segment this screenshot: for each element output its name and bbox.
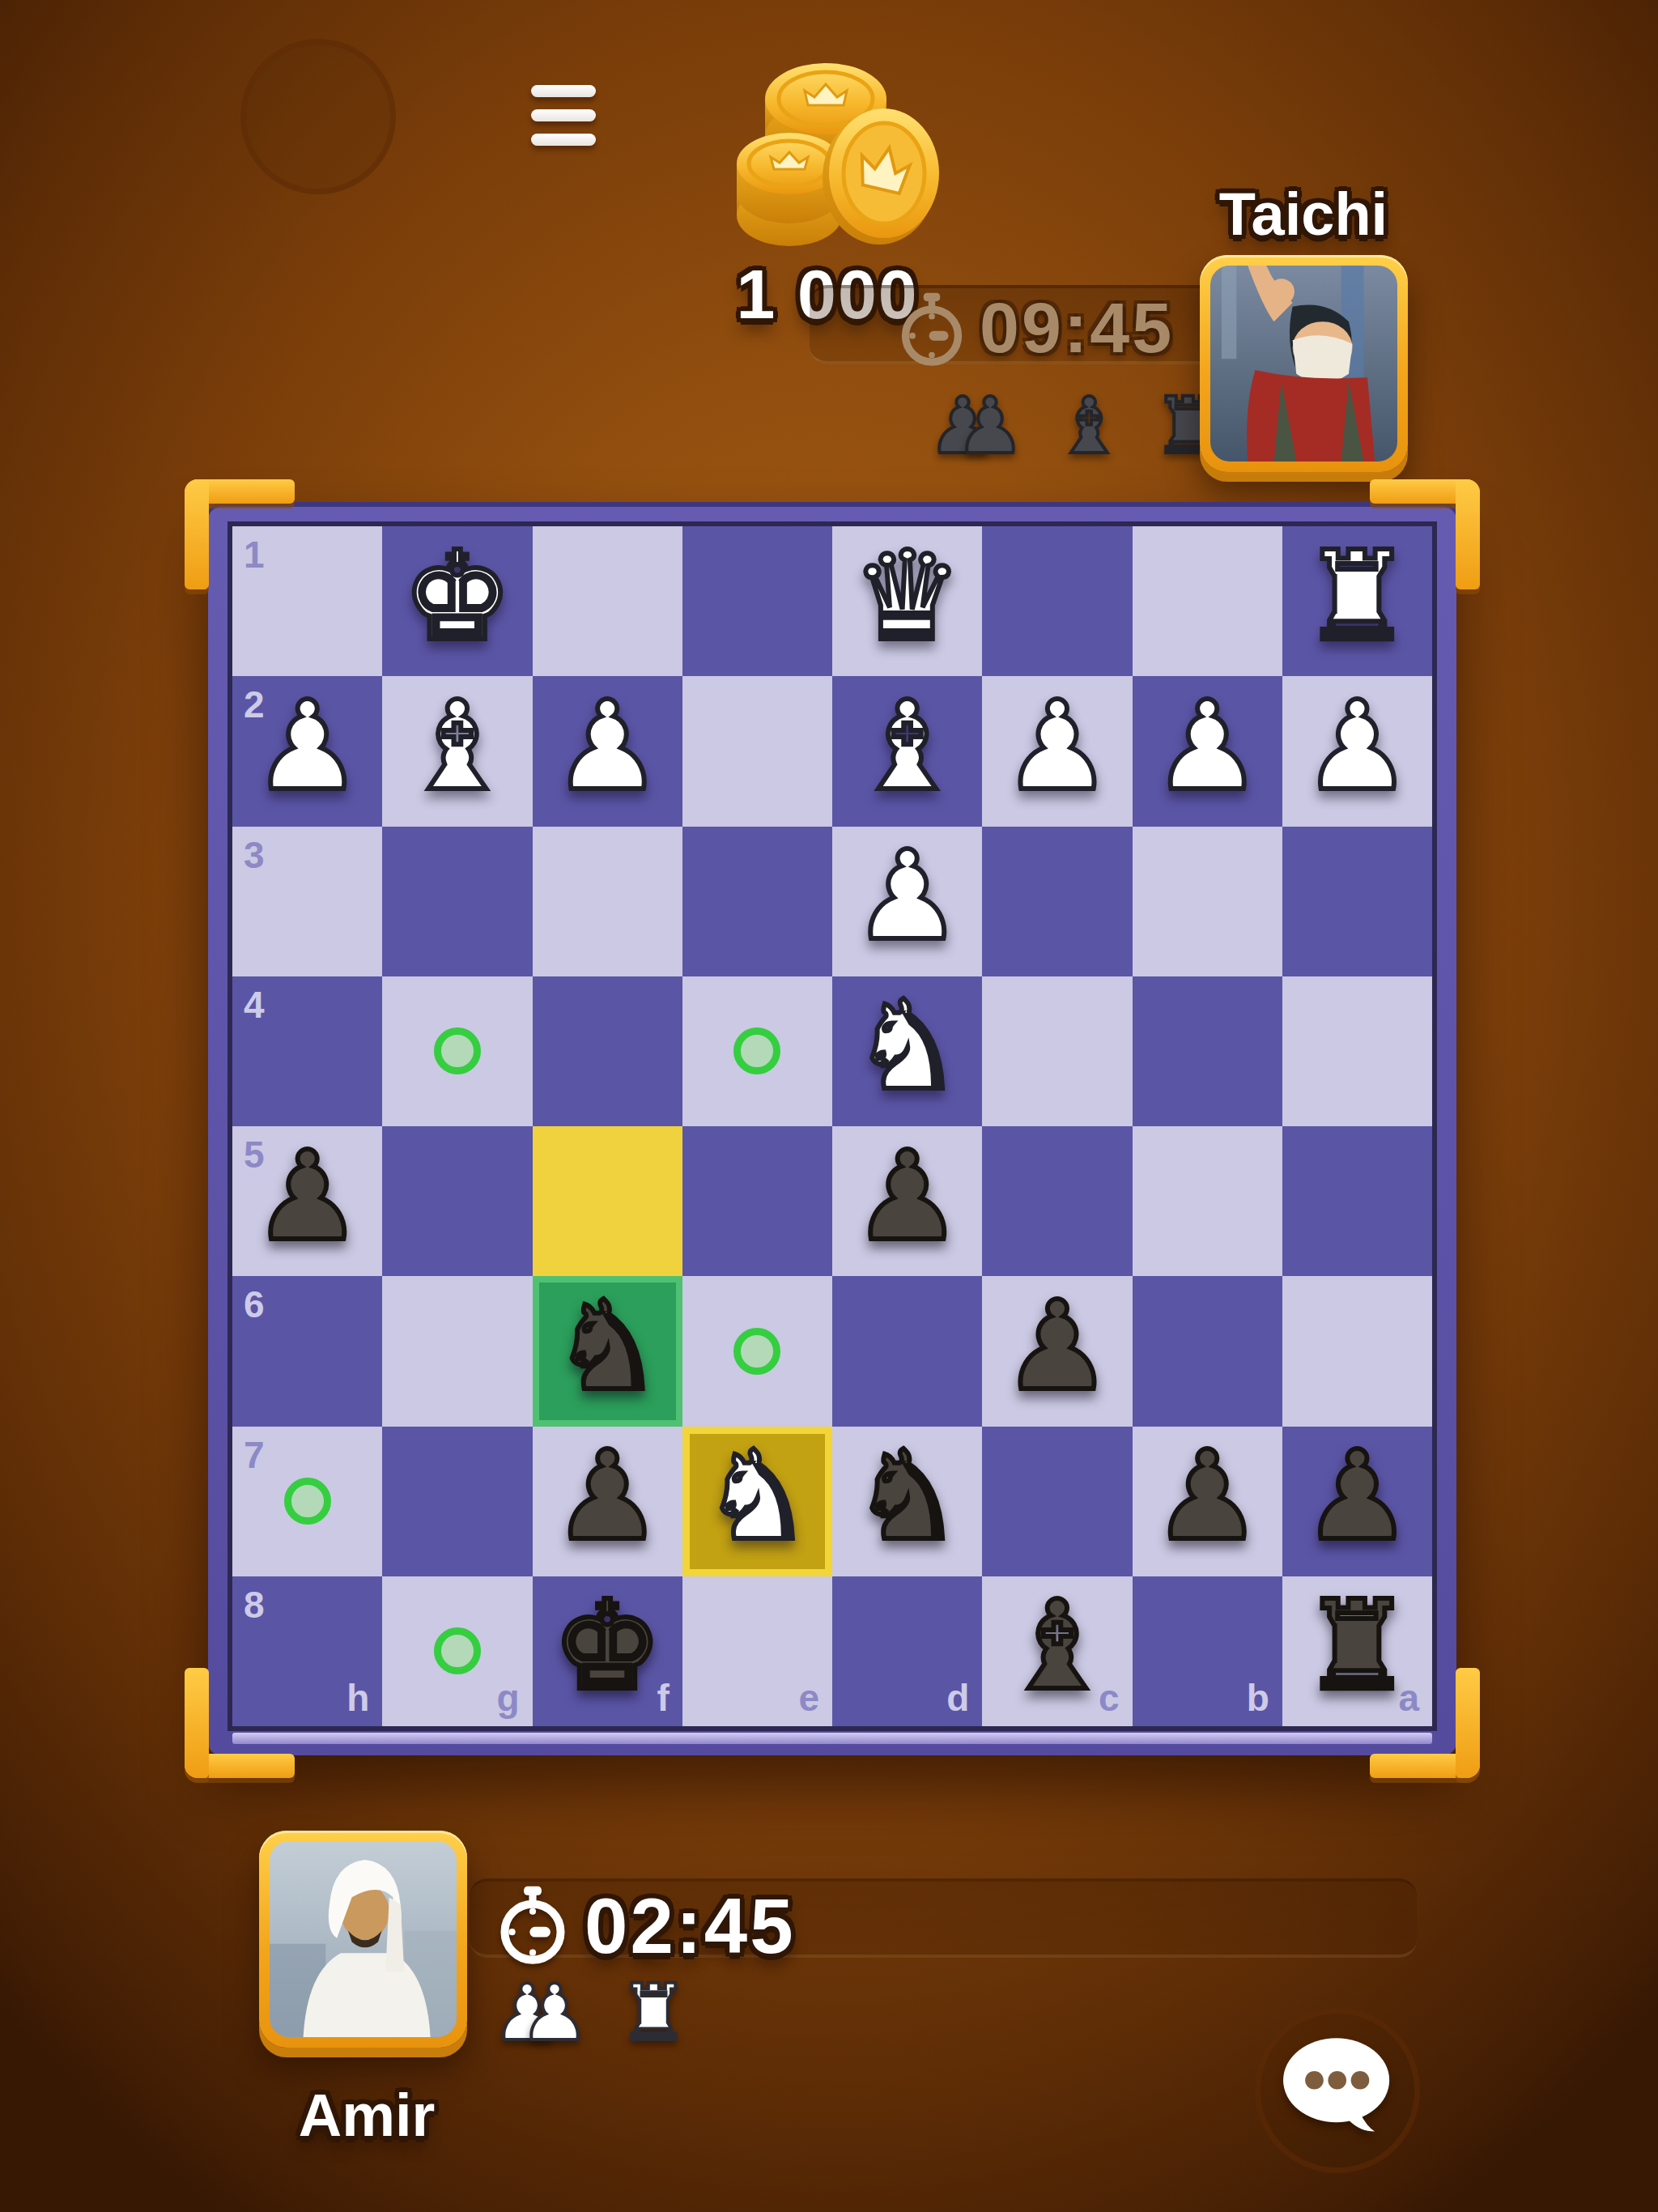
black-rook-a8[interactable]: ♜ xyxy=(1282,1572,1432,1721)
square-h2[interactable]: 2♟ xyxy=(232,676,382,826)
square-g7[interactable] xyxy=(382,1427,532,1576)
square-h3[interactable]: 3 xyxy=(232,827,382,976)
square-b2[interactable]: ♟ xyxy=(1133,676,1282,826)
board-bottom-bevel xyxy=(232,1733,1432,1744)
square-e3[interactable] xyxy=(682,827,832,976)
square-h1[interactable]: 1 xyxy=(232,526,382,676)
square-d7[interactable]: ♞ xyxy=(832,1427,982,1576)
file-label-d: d xyxy=(946,1676,969,1720)
opponent-stopwatch-icon xyxy=(897,291,967,368)
square-f5[interactable] xyxy=(533,1126,682,1276)
square-a3[interactable] xyxy=(1282,827,1432,976)
square-b1[interactable] xyxy=(1133,526,1282,676)
file-label-b: b xyxy=(1247,1676,1269,1720)
rank-label-6: 6 xyxy=(244,1283,265,1326)
player-captured-rook: ♜ xyxy=(619,1974,688,2052)
coins-icon xyxy=(721,34,939,253)
square-c8[interactable]: c♝ xyxy=(982,1576,1132,1726)
square-d8[interactable]: d xyxy=(832,1576,982,1726)
white-knight-d4[interactable]: ♞ xyxy=(832,972,982,1121)
square-d5[interactable]: ♟ xyxy=(832,1126,982,1276)
rank-label-4: 4 xyxy=(244,983,265,1027)
rank-label-1: 1 xyxy=(244,533,265,576)
square-g2[interactable]: ♝ xyxy=(382,676,532,826)
player-captured-pawn-pair: ♟♟ xyxy=(492,1974,589,2052)
square-f7[interactable]: ♟ xyxy=(533,1427,682,1576)
white-pawn-d3[interactable]: ♟ xyxy=(832,822,982,972)
player-avatar xyxy=(259,1831,467,2048)
square-a1[interactable]: ♜ xyxy=(1282,526,1432,676)
square-b7[interactable]: ♟ xyxy=(1133,1427,1282,1576)
white-king-g1[interactable]: ♚ xyxy=(382,521,532,671)
square-e7[interactable]: ♞ xyxy=(682,1427,832,1576)
square-g8[interactable]: g xyxy=(382,1576,532,1726)
legal-move-dot-e6[interactable] xyxy=(733,1328,780,1375)
square-f8[interactable]: f♚ xyxy=(533,1576,682,1726)
square-g3[interactable] xyxy=(382,827,532,976)
player-name: Amir xyxy=(245,2081,488,2150)
legal-move-dot-g8[interactable] xyxy=(434,1627,481,1674)
player-stopwatch-icon xyxy=(495,1885,570,1966)
bishop-icon: ♝ xyxy=(1054,387,1124,465)
chess-app-screen: { "game": "chess", "app": { "coins_amoun… xyxy=(0,0,1658,2212)
legal-move-dot-h7[interactable] xyxy=(284,1478,331,1525)
legal-move-dot-e4[interactable] xyxy=(733,1027,780,1074)
square-g6[interactable] xyxy=(382,1276,532,1426)
opponent-name: Taichi xyxy=(1182,180,1425,249)
white-rook-a1[interactable]: ♜ xyxy=(1282,521,1432,671)
square-b3[interactable] xyxy=(1133,827,1282,976)
square-d2[interactable]: ♝ xyxy=(832,676,982,826)
white-pawn-a2[interactable]: ♟ xyxy=(1282,671,1432,821)
square-g5[interactable] xyxy=(382,1126,532,1276)
square-a4[interactable] xyxy=(1282,976,1432,1126)
square-a8[interactable]: a♜ xyxy=(1282,1576,1432,1726)
chat-bubble-icon xyxy=(1278,2036,1400,2142)
square-c1[interactable] xyxy=(982,526,1132,676)
square-c6[interactable]: ♟ xyxy=(982,1276,1132,1426)
square-d4[interactable]: ♞ xyxy=(832,976,982,1126)
white-pawn-h2[interactable]: ♟ xyxy=(232,671,382,821)
square-g4[interactable] xyxy=(382,976,532,1126)
white-pawn-c2[interactable]: ♟ xyxy=(982,671,1132,821)
square-h5[interactable]: 5♟ xyxy=(232,1126,382,1276)
white-pawn-f2[interactable]: ♟ xyxy=(533,671,682,821)
square-b8[interactable]: b xyxy=(1133,1576,1282,1726)
square-a2[interactable]: ♟ xyxy=(1282,676,1432,826)
rank-label-3: 3 xyxy=(244,833,265,877)
white-pawn-b2[interactable]: ♟ xyxy=(1133,671,1282,821)
black-pawn-f7[interactable]: ♟ xyxy=(533,1422,682,1572)
square-e8[interactable]: e xyxy=(682,1576,832,1726)
opponent-clock: 09:45 xyxy=(980,287,1174,369)
white-bishop-d2[interactable]: ♝ xyxy=(832,671,982,821)
file-label-g: g xyxy=(496,1676,519,1720)
pawn-icon: ♟ xyxy=(955,387,1025,465)
rank-label-7: 7 xyxy=(244,1433,265,1477)
black-king-f8[interactable]: ♚ xyxy=(533,1572,682,1721)
square-b6[interactable] xyxy=(1133,1276,1282,1426)
square-c7[interactable] xyxy=(982,1427,1132,1576)
black-pawn-b7[interactable]: ♟ xyxy=(1133,1422,1282,1572)
opponent-avatar-photo xyxy=(1210,266,1397,462)
black-bishop-c8[interactable]: ♝ xyxy=(982,1572,1132,1721)
white-bishop-g2[interactable]: ♝ xyxy=(382,671,532,821)
square-f4[interactable] xyxy=(533,976,682,1126)
rank-label-8: 8 xyxy=(244,1583,265,1627)
player-avatar-photo xyxy=(270,1841,457,2037)
square-e1[interactable] xyxy=(682,526,832,676)
square-d1[interactable]: ♛ xyxy=(832,526,982,676)
chessboard: 1♚♛♜2♟♝♟♝♟♟♟3♟4♞5♟♟6♞♟7♟♞♞♟♟8hgf♚edc♝ba♜ xyxy=(232,526,1432,1726)
square-g1[interactable]: ♚ xyxy=(382,526,532,676)
white-queen-d1[interactable]: ♛ xyxy=(832,521,982,671)
square-a5[interactable] xyxy=(1282,1126,1432,1276)
square-c4[interactable] xyxy=(982,976,1132,1126)
square-f6[interactable]: ♞ xyxy=(533,1276,682,1426)
square-f2[interactable]: ♟ xyxy=(533,676,682,826)
player-captured-tray: ♟♟♜ xyxy=(492,1974,688,2052)
square-a6[interactable] xyxy=(1282,1276,1432,1426)
black-knight-d7[interactable]: ♞ xyxy=(832,1422,982,1572)
square-b5[interactable] xyxy=(1133,1126,1282,1276)
square-d6[interactable] xyxy=(832,1276,982,1426)
pawn-icon: ♟ xyxy=(520,1974,589,2052)
white-knight-e7[interactable]: ♞ xyxy=(682,1422,832,1572)
rook-icon: ♜ xyxy=(619,1974,688,2052)
file-label-h: h xyxy=(346,1676,369,1720)
square-a7[interactable]: ♟ xyxy=(1282,1427,1432,1576)
black-pawn-d5[interactable]: ♟ xyxy=(832,1121,982,1271)
square-h7[interactable]: 7 xyxy=(232,1427,382,1576)
square-e4[interactable] xyxy=(682,976,832,1126)
square-h4[interactable]: 4 xyxy=(232,976,382,1126)
square-d3[interactable]: ♟ xyxy=(832,827,982,976)
square-c5[interactable] xyxy=(982,1126,1132,1276)
file-label-e: e xyxy=(798,1676,819,1720)
player-clock: 02:45 xyxy=(585,1882,796,1971)
black-pawn-h5[interactable]: ♟ xyxy=(232,1121,382,1271)
square-b4[interactable] xyxy=(1133,976,1282,1126)
square-f3[interactable] xyxy=(533,827,682,976)
chat-button[interactable] xyxy=(1255,2008,1420,2173)
square-e6[interactable] xyxy=(682,1276,832,1426)
legal-move-dot-g4[interactable] xyxy=(434,1027,481,1074)
square-e2[interactable] xyxy=(682,676,832,826)
opponent-captured-pawn-pair: ♟♟ xyxy=(928,387,1025,465)
square-e5[interactable] xyxy=(682,1126,832,1276)
square-c2[interactable]: ♟ xyxy=(982,676,1132,826)
black-knight-f6[interactable]: ♞ xyxy=(533,1271,682,1421)
square-f1[interactable] xyxy=(533,526,682,676)
square-h8[interactable]: 8h xyxy=(232,1576,382,1726)
black-pawn-a7[interactable]: ♟ xyxy=(1282,1422,1432,1572)
square-c3[interactable] xyxy=(982,827,1132,976)
opponent-captured-bishop: ♝ xyxy=(1054,387,1124,465)
square-h6[interactable]: 6 xyxy=(232,1276,382,1426)
menu-button[interactable] xyxy=(240,39,396,194)
opponent-avatar xyxy=(1200,255,1408,472)
black-pawn-c6[interactable]: ♟ xyxy=(982,1271,1132,1421)
